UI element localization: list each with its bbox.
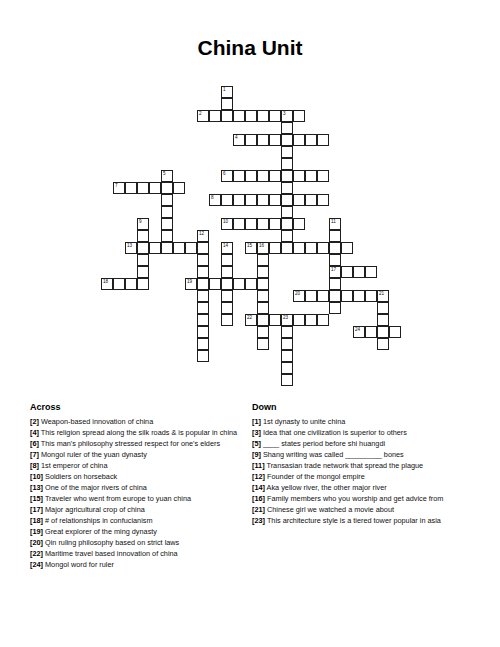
across-clue-list: Across [2] Weapon-based innovation of ch… (30, 402, 252, 570)
clue-item: [22] Maritime travel based innovation of… (30, 548, 252, 559)
grid-cell[interactable] (137, 230, 149, 242)
cell-number: 9 (139, 219, 142, 224)
grid-cell[interactable] (197, 326, 209, 338)
grid-cell[interactable] (317, 170, 329, 182)
crossword-grid: 123456789101112131415161718192021222324 (101, 86, 403, 388)
grid-cell[interactable]: 14 (221, 242, 233, 254)
grid-cell[interactable] (257, 194, 269, 206)
grid-cell[interactable] (233, 170, 245, 182)
clue-text: Traveler who went from europe to yuan ch… (43, 494, 191, 503)
clue-number: [3] (252, 428, 261, 437)
grid-cell[interactable]: 11 (329, 218, 341, 230)
clue-text: Weapon-based innovation of china (39, 417, 153, 426)
cell-number: 22 (247, 315, 252, 320)
cell-number: 18 (103, 279, 108, 284)
grid-cell[interactable] (245, 134, 257, 146)
grid-cell[interactable] (329, 254, 341, 266)
grid-cell[interactable] (125, 182, 137, 194)
cell-number: 21 (379, 291, 384, 296)
grid-cell[interactable] (281, 194, 293, 206)
cell-number: 16 (259, 243, 264, 248)
clue-text: # of relationships in confucianism (43, 516, 153, 525)
grid-cell[interactable] (305, 134, 317, 146)
clue-number: [12] (252, 472, 265, 481)
grid-cell[interactable] (257, 254, 269, 266)
grid-cell[interactable]: 22 (245, 314, 257, 326)
clue-number: [4] (30, 428, 39, 437)
grid-cell[interactable] (161, 242, 173, 254)
clue-text: Shang writing was called _________ bones (261, 450, 404, 459)
grid-cell[interactable] (197, 242, 209, 254)
clue-number: [17] (30, 505, 43, 514)
grid-cell[interactable] (305, 314, 317, 326)
grid-cell[interactable]: 15 (245, 242, 257, 254)
cell-number: 12 (199, 231, 204, 236)
clue-item: [13] One of the major rivers of china (30, 482, 252, 493)
grid-cell[interactable] (233, 278, 245, 290)
clue-text: Aka yellow river, the other major river (265, 483, 387, 492)
grid-cell[interactable] (329, 242, 341, 254)
grid-cell[interactable] (353, 266, 365, 278)
grid-cell[interactable] (233, 194, 245, 206)
grid-cell[interactable] (113, 278, 125, 290)
grid-cell[interactable] (221, 278, 233, 290)
cell-number: 11 (331, 219, 336, 224)
grid-cell[interactable] (269, 170, 281, 182)
grid-cell[interactable]: 5 (161, 170, 173, 182)
grid-cell[interactable] (125, 278, 137, 290)
grid-cell[interactable]: 18 (101, 278, 113, 290)
grid-cell[interactable] (257, 314, 269, 326)
grid-cell[interactable] (281, 326, 293, 338)
down-heading: Down (252, 402, 498, 413)
grid-cell[interactable] (353, 290, 365, 302)
clue-text: This man's philosophy stressed respect f… (39, 439, 220, 448)
grid-cell[interactable] (365, 290, 377, 302)
grid-cell[interactable] (209, 110, 221, 122)
cell-number: 8 (211, 195, 214, 200)
grid-cell[interactable] (161, 182, 173, 194)
cell-number: 6 (223, 171, 226, 176)
cell-number: 3 (283, 111, 286, 116)
clue-item: [21] Chinese girl we watched a movie abo… (252, 504, 498, 515)
cell-number: 13 (127, 243, 132, 248)
clue-text: Maritime travel based innovation of chin… (43, 549, 178, 558)
grid-cell[interactable] (161, 230, 173, 242)
grid-cell[interactable] (281, 146, 293, 158)
clue-item: [6] This man's philosophy stressed respe… (30, 438, 252, 449)
clue-text: ____ states period before shi huangdi (261, 439, 385, 448)
clue-item: [23] This architecture style is a tiered… (252, 515, 498, 526)
grid-cell[interactable] (317, 290, 329, 302)
grid-cell[interactable] (257, 110, 269, 122)
grid-cell[interactable]: 17 (329, 266, 341, 278)
grid-cell[interactable] (365, 326, 377, 338)
grid-cell[interactable] (233, 218, 245, 230)
clue-item: [2] Weapon-based innovation of china (30, 416, 252, 427)
clue-item: [17] Major agricultural crop of china (30, 504, 252, 515)
grid-cell[interactable] (341, 266, 353, 278)
grid-cell[interactable] (161, 206, 173, 218)
clue-text: Mongol ruler of the yuan dynasty (39, 450, 147, 459)
clue-number: [14] (252, 483, 265, 492)
grid-cell[interactable] (317, 314, 329, 326)
grid-cell[interactable]: 21 (377, 290, 389, 302)
clue-text: This architecture style is a tiered towe… (265, 516, 441, 525)
grid-cell[interactable] (197, 350, 209, 362)
puzzle-title: China Unit (0, 36, 500, 60)
grid-cell[interactable] (293, 194, 305, 206)
grid-cell[interactable]: 24 (353, 326, 365, 338)
clue-number: [21] (252, 505, 265, 514)
clue-item: [1] 1st dynasty to unite china (252, 416, 498, 427)
clue-item: [4] This religion spread along the silk … (30, 427, 252, 438)
grid-cell[interactable] (293, 134, 305, 146)
grid-cell[interactable] (137, 254, 149, 266)
clue-number: [18] (30, 516, 43, 525)
grid-cell[interactable] (317, 242, 329, 254)
across-heading: Across (30, 402, 252, 413)
clue-text: Chinese girl we watched a movie about (265, 505, 394, 514)
clue-number: [1] (252, 417, 261, 426)
grid-cell[interactable] (221, 254, 233, 266)
clue-item: [7] Mongol ruler of the yuan dynasty (30, 449, 252, 460)
grid-cell[interactable] (281, 362, 293, 374)
grid-cell[interactable] (281, 350, 293, 362)
grid-cell[interactable] (305, 290, 317, 302)
clue-text: Soldiers on horseback (43, 472, 117, 481)
grid-cell[interactable] (221, 266, 233, 278)
clue-text: This religion spread along the silk road… (39, 428, 237, 437)
grid-cell[interactable] (197, 338, 209, 350)
grid-cell[interactable] (281, 182, 293, 194)
clue-text: 1st dynasty to unite china (261, 417, 345, 426)
grid-cell[interactable] (329, 302, 341, 314)
grid-cell[interactable]: 6 (221, 170, 233, 182)
cell-number: 19 (187, 279, 192, 284)
grid-cell[interactable] (257, 266, 269, 278)
grid-cell[interactable] (197, 314, 209, 326)
grid-cell[interactable]: 8 (209, 194, 221, 206)
grid-cell[interactable] (245, 218, 257, 230)
grid-cell[interactable]: 16 (257, 242, 269, 254)
grid-cell[interactable]: 10 (221, 218, 233, 230)
grid-cell[interactable] (185, 242, 197, 254)
grid-cell[interactable] (173, 182, 185, 194)
clue-text: Mongol word for ruler (43, 560, 114, 569)
grid-cell[interactable] (281, 122, 293, 134)
clue-number: [11] (252, 461, 265, 470)
grid-cell[interactable] (209, 278, 221, 290)
clue-number: [24] (30, 560, 43, 569)
clue-number: [20] (30, 538, 43, 547)
grid-cell[interactable] (293, 314, 305, 326)
grid-cell[interactable] (221, 302, 233, 314)
grid-cell[interactable] (281, 134, 293, 146)
grid-cell[interactable] (137, 266, 149, 278)
clue-number: [5] (252, 439, 261, 448)
cell-number: 15 (247, 243, 252, 248)
grid-cell[interactable] (197, 266, 209, 278)
clue-number: [23] (252, 516, 265, 525)
grid-cell[interactable]: 7 (113, 182, 125, 194)
clue-number: [16] (252, 494, 265, 503)
grid-cell[interactable] (293, 170, 305, 182)
grid-cell[interactable] (317, 134, 329, 146)
grid-cell[interactable] (173, 242, 185, 254)
cell-number: 24 (355, 327, 360, 332)
grid-cell[interactable] (257, 278, 269, 290)
clue-text: Idea that one civilization is superior t… (261, 428, 407, 437)
clue-number: [10] (30, 472, 43, 481)
grid-cell[interactable] (257, 218, 269, 230)
clue-number: [19] (30, 527, 43, 536)
clue-number: [9] (252, 450, 261, 459)
grid-cell[interactable] (245, 110, 257, 122)
cell-number: 17 (331, 267, 336, 272)
grid-cell[interactable] (245, 194, 257, 206)
cell-number: 7 (115, 183, 118, 188)
grid-cell[interactable] (137, 182, 149, 194)
clue-item: [11] Transasian trade network that sprea… (252, 460, 498, 471)
grid-cell[interactable] (269, 218, 281, 230)
cell-number: 20 (295, 291, 300, 296)
grid-cell[interactable] (281, 218, 293, 230)
grid-cell[interactable]: 9 (137, 218, 149, 230)
grid-cell[interactable] (281, 170, 293, 182)
clue-item: [18] # of relationships in confucianism (30, 515, 252, 526)
grid-cell[interactable] (281, 230, 293, 242)
clue-number: [13] (30, 483, 43, 492)
grid-cell[interactable] (293, 218, 305, 230)
clue-text: Founder of the mongol empire (265, 472, 365, 481)
grid-cell[interactable] (293, 110, 305, 122)
grid-cell[interactable] (281, 242, 293, 254)
grid-cell[interactable]: 1 (221, 86, 233, 98)
clue-number: [6] (30, 439, 39, 448)
grid-cell[interactable]: 19 (185, 278, 197, 290)
grid-cell[interactable] (149, 242, 161, 254)
grid-cell[interactable] (245, 170, 257, 182)
grid-cell[interactable] (341, 242, 353, 254)
grid-cell[interactable] (281, 158, 293, 170)
grid-cell[interactable] (245, 278, 257, 290)
grid-cell[interactable] (197, 290, 209, 302)
clue-number: [8] (30, 461, 39, 470)
grid-cell[interactable] (197, 302, 209, 314)
grid-cell[interactable] (293, 242, 305, 254)
clue-text: Qin ruling philosophy based on strict la… (43, 538, 179, 547)
grid-cell[interactable] (257, 338, 269, 350)
clue-item: [3] Idea that one civilization is superi… (252, 427, 498, 438)
grid-cell[interactable] (377, 338, 389, 350)
grid-cell[interactable] (365, 266, 377, 278)
clue-item: [14] Aka yellow river, the other major r… (252, 482, 498, 493)
clue-item: [24] Mongol word for ruler (30, 559, 252, 570)
grid-cell[interactable] (329, 290, 341, 302)
clue-text: Family members who you worship and get a… (265, 494, 443, 503)
grid-cell[interactable] (281, 206, 293, 218)
cell-number: 2 (199, 111, 202, 116)
cell-number: 4 (235, 135, 238, 140)
clue-number: [22] (30, 549, 43, 558)
clue-item: [12] Founder of the mongol empire (252, 471, 498, 482)
cell-number: 5 (163, 171, 166, 176)
grid-cell[interactable] (269, 194, 281, 206)
grid-cell[interactable]: 23 (281, 314, 293, 326)
clue-item: [10] Soldiers on horseback (30, 471, 252, 482)
grid-cell[interactable] (269, 314, 281, 326)
clue-text: Transasian trade network that spread the… (265, 461, 424, 470)
grid-cell[interactable] (269, 110, 281, 122)
grid-cell[interactable] (281, 374, 293, 386)
grid-cell[interactable] (257, 134, 269, 146)
grid-cell[interactable] (221, 110, 233, 122)
grid-cell[interactable]: 2 (197, 110, 209, 122)
grid-cell[interactable] (161, 194, 173, 206)
grid-cell[interactable] (305, 194, 317, 206)
grid-cell[interactable]: 4 (233, 134, 245, 146)
grid-cell[interactable] (257, 290, 269, 302)
grid-cell[interactable] (221, 290, 233, 302)
clue-text: 1st emperor of china (39, 461, 108, 470)
clue-number: [2] (30, 417, 39, 426)
grid-cell[interactable] (305, 242, 317, 254)
grid-cell[interactable] (149, 182, 161, 194)
grid-cell[interactable]: 20 (293, 290, 305, 302)
grid-cell[interactable] (317, 194, 329, 206)
clue-number: [15] (30, 494, 43, 503)
clue-item: [16] Family members who you worship and … (252, 493, 498, 504)
grid-cell[interactable] (269, 242, 281, 254)
grid-cell[interactable] (197, 254, 209, 266)
clue-item: [15] Traveler who went from europe to yu… (30, 493, 252, 504)
grid-cell[interactable] (221, 98, 233, 110)
clue-item: [5] ____ states period before shi huangd… (252, 438, 498, 449)
grid-cell[interactable] (257, 326, 269, 338)
grid-cell[interactable] (377, 302, 389, 314)
grid-cell[interactable] (281, 338, 293, 350)
cell-number: 14 (223, 243, 228, 248)
grid-cell[interactable]: 12 (197, 230, 209, 242)
grid-cell[interactable]: 3 (281, 110, 293, 122)
grid-cell[interactable]: 13 (125, 242, 137, 254)
grid-cell[interactable] (161, 218, 173, 230)
grid-cell[interactable] (221, 314, 233, 326)
grid-cell[interactable] (341, 290, 353, 302)
clue-text: Great explorer of the ming dynasty (43, 527, 157, 536)
grid-cell[interactable] (197, 278, 209, 290)
grid-cell[interactable] (257, 170, 269, 182)
grid-cell[interactable] (137, 278, 149, 290)
down-clue-list: Down [1] 1st dynasty to unite china[3] I… (252, 402, 498, 526)
cell-number: 23 (283, 315, 288, 320)
grid-cell[interactable] (329, 278, 341, 290)
cell-number: 1 (223, 87, 226, 92)
clue-text: One of the major rivers of china (43, 483, 147, 492)
clue-item: [20] Qin ruling philosophy based on stri… (30, 537, 252, 548)
grid-cell[interactable] (305, 170, 317, 182)
grid-cell[interactable] (233, 110, 245, 122)
grid-cell[interactable] (377, 326, 389, 338)
grid-cell[interactable] (221, 194, 233, 206)
clue-item: [9] Shang writing was called _________ b… (252, 449, 498, 460)
grid-cell[interactable] (377, 314, 389, 326)
grid-cell[interactable] (269, 134, 281, 146)
clue-item: [8] 1st emperor of china (30, 460, 252, 471)
clue-item: [19] Great explorer of the ming dynasty (30, 526, 252, 537)
page-root: China Unit 12345678910111213141516171819… (0, 0, 500, 647)
grid-cell[interactable] (257, 302, 269, 314)
cell-number: 10 (223, 219, 228, 224)
clue-number: [7] (30, 450, 39, 459)
grid-cell[interactable] (137, 242, 149, 254)
clue-text: Major agricultural crop of china (43, 505, 145, 514)
grid-cell[interactable] (389, 326, 401, 338)
grid-cell[interactable] (329, 230, 341, 242)
